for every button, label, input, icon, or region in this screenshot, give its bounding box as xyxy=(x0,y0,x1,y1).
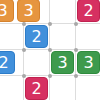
tile-red-2[interactable]: 2 xyxy=(77,0,100,22)
tile-orange-3[interactable]: 3 xyxy=(0,0,14,22)
grid-intersection-dot xyxy=(22,48,26,52)
puzzle-board[interactable]: 33222332 xyxy=(0,0,100,100)
tile-green-3[interactable]: 3 xyxy=(51,51,74,74)
grid-intersection-dot xyxy=(22,74,26,78)
grid-intersection-dot xyxy=(48,22,52,26)
tile-red-2[interactable]: 2 xyxy=(25,77,48,100)
grid-intersection-dot xyxy=(48,48,52,52)
grid-intersection-dot xyxy=(74,48,78,52)
tile-blue-2[interactable]: 2 xyxy=(0,51,15,74)
tile-green-3[interactable]: 3 xyxy=(77,51,100,74)
tile-blue-2[interactable]: 2 xyxy=(25,25,48,48)
grid-intersection-dot xyxy=(48,74,52,78)
grid-intersection-dot xyxy=(74,74,78,78)
grid-intersection-dot xyxy=(22,22,26,26)
tile-orange-3[interactable]: 3 xyxy=(17,0,40,22)
grid-intersection-dot xyxy=(74,22,78,26)
